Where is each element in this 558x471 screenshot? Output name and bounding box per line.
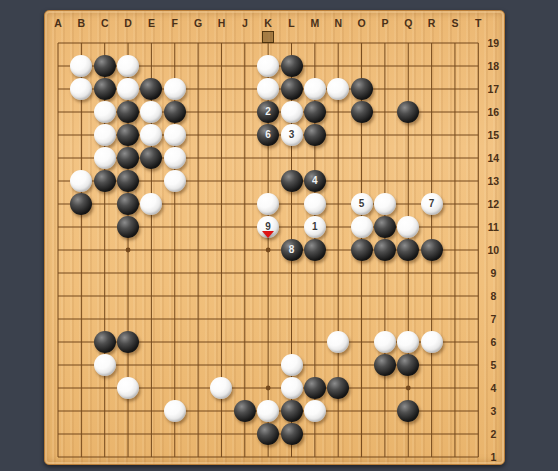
- stone-white-C14: [94, 147, 116, 169]
- row-label-10: 10: [482, 244, 504, 256]
- stone-white-L16: [281, 101, 303, 123]
- stone-black-D6: [117, 331, 139, 353]
- move-number-label: 5: [359, 199, 365, 209]
- star-point-D10: [126, 248, 131, 253]
- stone-white-K12: [257, 193, 279, 215]
- stone-black-D12: [117, 193, 139, 215]
- stone-white-O11: [351, 216, 373, 238]
- stone-black-C13: [94, 170, 116, 192]
- column-label-H: H: [213, 17, 229, 29]
- stone-white-D4: [117, 377, 139, 399]
- stone-black-L2: [281, 423, 303, 445]
- stone-white-M17: [304, 78, 326, 100]
- stone-black-C18: [94, 55, 116, 77]
- stone-black-M13: 4: [304, 170, 326, 192]
- column-label-J: J: [237, 17, 253, 29]
- stone-white-F14: [164, 147, 186, 169]
- column-label-B: B: [73, 17, 89, 29]
- board-grid: [45, 11, 504, 464]
- row-label-1: 1: [482, 451, 504, 463]
- row-label-12: 12: [482, 198, 504, 210]
- stone-black-D13: [117, 170, 139, 192]
- red-triangle-marker-K11: [262, 231, 274, 238]
- row-label-19: 19: [482, 37, 504, 49]
- stone-white-K18: [257, 55, 279, 77]
- column-label-R: R: [424, 17, 440, 29]
- stone-white-K17: [257, 78, 279, 100]
- stone-black-F16: [164, 101, 186, 123]
- stone-black-M10: [304, 239, 326, 261]
- stone-black-P10: [374, 239, 396, 261]
- stone-black-C17: [94, 78, 116, 100]
- move-number-label: 8: [289, 245, 295, 255]
- column-label-E: E: [143, 17, 159, 29]
- stone-white-C15: [94, 124, 116, 146]
- move-number-label: 4: [312, 176, 318, 186]
- stone-black-M4: [304, 377, 326, 399]
- column-label-C: C: [97, 17, 113, 29]
- column-label-F: F: [167, 17, 183, 29]
- stone-black-J3: [234, 400, 256, 422]
- stone-black-K16: 2: [257, 101, 279, 123]
- move-number-label: 7: [429, 199, 435, 209]
- stone-white-O12: 5: [351, 193, 373, 215]
- stone-white-P12: [374, 193, 396, 215]
- stone-white-C16: [94, 101, 116, 123]
- stone-black-L3: [281, 400, 303, 422]
- row-label-18: 18: [482, 60, 504, 72]
- row-label-9: 9: [482, 267, 504, 279]
- stone-white-F15: [164, 124, 186, 146]
- move-number-label: 3: [289, 130, 295, 140]
- row-label-6: 6: [482, 336, 504, 348]
- stone-white-F17: [164, 78, 186, 100]
- star-point-Q4: [406, 386, 411, 391]
- column-label-D: D: [120, 17, 136, 29]
- stone-white-M11: 1: [304, 216, 326, 238]
- row-label-8: 8: [482, 290, 504, 302]
- go-board[interactable]: ABCDEFGHJKLMNOPQRST 19181716151413121110…: [44, 10, 505, 465]
- stone-white-L15: 3: [281, 124, 303, 146]
- move-number-label: 1: [312, 222, 318, 232]
- row-label-13: 13: [482, 175, 504, 187]
- go-app-window: ABCDEFGHJKLMNOPQRST 19181716151413121110…: [0, 0, 558, 471]
- row-label-17: 17: [482, 83, 504, 95]
- row-label-7: 7: [482, 313, 504, 325]
- row-label-5: 5: [482, 359, 504, 371]
- stone-black-D14: [117, 147, 139, 169]
- stone-white-P6: [374, 331, 396, 353]
- move-number-label: 2: [265, 107, 271, 117]
- stone-black-O16: [351, 101, 373, 123]
- stone-black-K2: [257, 423, 279, 445]
- stone-white-F3: [164, 400, 186, 422]
- square-marker-K19: [262, 31, 274, 43]
- row-label-2: 2: [482, 428, 504, 440]
- row-label-11: 11: [482, 221, 504, 233]
- stone-black-P11: [374, 216, 396, 238]
- stone-black-O17: [351, 78, 373, 100]
- stone-black-D16: [117, 101, 139, 123]
- stone-white-D18: [117, 55, 139, 77]
- stone-black-K15: 6: [257, 124, 279, 146]
- stone-black-C6: [94, 331, 116, 353]
- stone-black-L17: [281, 78, 303, 100]
- stone-white-L4: [281, 377, 303, 399]
- stone-black-M16: [304, 101, 326, 123]
- stone-white-R6: [421, 331, 443, 353]
- stone-white-R12: 7: [421, 193, 443, 215]
- stone-black-L13: [281, 170, 303, 192]
- stone-white-M3: [304, 400, 326, 422]
- column-label-T: T: [470, 17, 486, 29]
- column-label-O: O: [354, 17, 370, 29]
- column-label-L: L: [284, 17, 300, 29]
- stone-black-O10: [351, 239, 373, 261]
- stone-black-R10: [421, 239, 443, 261]
- column-label-N: N: [330, 17, 346, 29]
- move-number-label: 6: [265, 130, 271, 140]
- column-label-M: M: [307, 17, 323, 29]
- row-label-16: 16: [482, 106, 504, 118]
- stone-white-D17: [117, 78, 139, 100]
- column-label-A: A: [50, 17, 66, 29]
- column-label-K: K: [260, 17, 276, 29]
- row-label-14: 14: [482, 152, 504, 164]
- star-point-K4: [266, 386, 271, 391]
- stone-white-F13: [164, 170, 186, 192]
- stone-white-K3: [257, 400, 279, 422]
- column-label-S: S: [447, 17, 463, 29]
- stone-black-D15: [117, 124, 139, 146]
- stone-black-P5: [374, 354, 396, 376]
- stone-black-M15: [304, 124, 326, 146]
- row-label-4: 4: [482, 382, 504, 394]
- column-label-P: P: [377, 17, 393, 29]
- column-label-Q: Q: [400, 17, 416, 29]
- stone-black-L10: 8: [281, 239, 303, 261]
- stone-white-C5: [94, 354, 116, 376]
- stone-black-D11: [117, 216, 139, 238]
- column-label-G: G: [190, 17, 206, 29]
- stone-black-L18: [281, 55, 303, 77]
- stone-white-M12: [304, 193, 326, 215]
- row-label-3: 3: [482, 405, 504, 417]
- star-point-K10: [266, 248, 271, 253]
- row-label-15: 15: [482, 129, 504, 141]
- stone-white-L5: [281, 354, 303, 376]
